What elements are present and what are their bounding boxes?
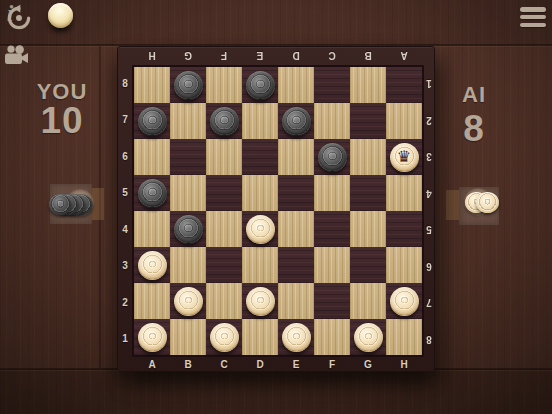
file-label: F xyxy=(314,357,350,371)
hamburger-icon xyxy=(520,23,546,28)
square-C8[interactable] xyxy=(206,67,242,103)
square-B7[interactable] xyxy=(170,103,206,139)
rank-label: 4 xyxy=(118,211,132,248)
restart-button[interactable] xyxy=(5,4,33,32)
square-B1[interactable] xyxy=(170,319,206,355)
square-H4[interactable] xyxy=(386,211,422,247)
square-D1[interactable] xyxy=(242,319,278,355)
square-A1[interactable] xyxy=(134,319,170,355)
square-B2[interactable] xyxy=(170,283,206,319)
square-A5[interactable] xyxy=(134,175,170,211)
captured-tray-black xyxy=(44,182,108,226)
white-man-B2[interactable] xyxy=(174,287,203,316)
square-D8[interactable] xyxy=(242,67,278,103)
file-labels-bottom: ABCDEFGH xyxy=(134,357,422,371)
file-label: E xyxy=(278,357,314,371)
square-B3[interactable] xyxy=(170,247,206,283)
square-C6[interactable] xyxy=(206,139,242,175)
file-label: D xyxy=(242,357,278,371)
captured-tray-white xyxy=(442,182,506,226)
rank-label: 4 xyxy=(424,175,434,212)
square-D4[interactable] xyxy=(242,211,278,247)
file-label: B xyxy=(170,357,206,371)
square-A3[interactable] xyxy=(134,247,170,283)
square-D6[interactable] xyxy=(242,139,278,175)
square-A4[interactable] xyxy=(134,211,170,247)
square-H2[interactable] xyxy=(386,283,422,319)
white-man-E1[interactable] xyxy=(282,323,311,352)
file-label: A xyxy=(134,357,170,371)
white-man-G1[interactable] xyxy=(354,323,383,352)
square-C7[interactable] xyxy=(206,103,242,139)
camera-button[interactable] xyxy=(4,45,29,66)
square-H7[interactable] xyxy=(386,103,422,139)
square-F4[interactable] xyxy=(314,211,350,247)
menu-button[interactable] xyxy=(520,7,546,27)
square-E3[interactable] xyxy=(278,247,314,283)
square-G4[interactable] xyxy=(350,211,386,247)
file-label: G xyxy=(170,47,206,65)
square-H3[interactable] xyxy=(386,247,422,283)
square-D7[interactable] xyxy=(242,103,278,139)
turn-indicator-piece xyxy=(48,3,73,28)
square-F3[interactable] xyxy=(314,247,350,283)
square-C5[interactable] xyxy=(206,175,242,211)
game-screen: YOU 10 AI 8 i HGFEDCBA ABCDEFGH 87654321… xyxy=(0,0,552,414)
square-G6[interactable] xyxy=(350,139,386,175)
black-man-E7[interactable] xyxy=(282,107,311,136)
square-D5[interactable] xyxy=(242,175,278,211)
file-labels-top: HGFEDCBA xyxy=(134,47,422,65)
square-C3[interactable] xyxy=(206,247,242,283)
white-man-C1[interactable] xyxy=(210,323,239,352)
rank-label: 1 xyxy=(118,321,132,358)
rank-labels-right: 12345678 xyxy=(424,65,434,357)
square-A2[interactable] xyxy=(134,283,170,319)
square-E8[interactable] xyxy=(278,67,314,103)
square-G8[interactable] xyxy=(350,67,386,103)
rank-label: 8 xyxy=(118,65,132,102)
square-H8[interactable] xyxy=(386,67,422,103)
rank-label: 2 xyxy=(118,284,132,321)
file-label: H xyxy=(134,47,170,65)
square-F8[interactable] xyxy=(314,67,350,103)
file-label: A xyxy=(386,47,422,65)
square-F1[interactable] xyxy=(314,319,350,355)
square-E5[interactable] xyxy=(278,175,314,211)
black-man-A5[interactable] xyxy=(138,179,167,208)
square-B4[interactable] xyxy=(170,211,206,247)
file-label: F xyxy=(206,47,242,65)
black-man-F6[interactable] xyxy=(318,143,347,172)
file-label: C xyxy=(206,357,242,371)
square-B8[interactable] xyxy=(170,67,206,103)
player-ai-label: AI xyxy=(450,82,498,108)
square-B6[interactable] xyxy=(170,139,206,175)
square-A6[interactable] xyxy=(134,139,170,175)
square-F2[interactable] xyxy=(314,283,350,319)
rank-label: 3 xyxy=(424,138,434,175)
square-A7[interactable] xyxy=(134,103,170,139)
square-F7[interactable] xyxy=(314,103,350,139)
rank-label: 1 xyxy=(424,65,434,102)
square-E6[interactable] xyxy=(278,139,314,175)
wood-plank-bottom xyxy=(0,369,552,414)
square-B5[interactable] xyxy=(170,175,206,211)
square-H1[interactable] xyxy=(386,319,422,355)
white-man-A3[interactable] xyxy=(138,251,167,280)
rank-label: 8 xyxy=(424,321,434,358)
square-E4[interactable] xyxy=(278,211,314,247)
rank-label: 5 xyxy=(424,211,434,248)
player-ai-score: 8 xyxy=(450,108,498,150)
black-man-A7[interactable] xyxy=(138,107,167,136)
square-A8[interactable] xyxy=(134,67,170,103)
file-label: H xyxy=(386,357,422,371)
square-F5[interactable] xyxy=(314,175,350,211)
square-C4[interactable] xyxy=(206,211,242,247)
hamburger-icon xyxy=(520,15,546,20)
square-F6[interactable] xyxy=(314,139,350,175)
rank-label: 6 xyxy=(118,138,132,175)
video-camera-icon xyxy=(4,45,29,66)
square-C1[interactable] xyxy=(206,319,242,355)
square-H5[interactable] xyxy=(386,175,422,211)
square-G5[interactable] xyxy=(350,175,386,211)
black-man-B8[interactable] xyxy=(174,71,203,100)
rank-label: 6 xyxy=(424,248,434,285)
square-G1[interactable] xyxy=(350,319,386,355)
rank-label: 3 xyxy=(118,248,132,285)
square-H6[interactable]: ♛ xyxy=(386,139,422,175)
white-man-A1[interactable] xyxy=(138,323,167,352)
white-man-D4[interactable] xyxy=(246,215,275,244)
hamburger-icon xyxy=(520,7,546,12)
square-E1[interactable] xyxy=(278,319,314,355)
square-E2[interactable] xyxy=(278,283,314,319)
captured-piece-black xyxy=(49,194,72,215)
rank-label: 7 xyxy=(424,284,434,321)
square-D2[interactable] xyxy=(242,283,278,319)
square-G3[interactable] xyxy=(350,247,386,283)
black-man-B4[interactable] xyxy=(174,215,203,244)
file-label: B xyxy=(350,47,386,65)
board-grid: ♛ xyxy=(132,65,424,357)
white-king-H6[interactable]: ♛ xyxy=(390,143,419,172)
rank-label: 2 xyxy=(424,102,434,139)
crown-icon: ♛ xyxy=(390,143,419,172)
file-label: E xyxy=(242,47,278,65)
square-C2[interactable] xyxy=(206,283,242,319)
file-label: G xyxy=(350,357,386,371)
black-man-D8[interactable] xyxy=(246,71,275,100)
square-D3[interactable] xyxy=(242,247,278,283)
white-man-D2[interactable] xyxy=(246,287,275,316)
rank-label: 5 xyxy=(118,175,132,212)
square-E7[interactable] xyxy=(278,103,314,139)
wood-plank-top xyxy=(0,0,552,45)
square-G7[interactable] xyxy=(350,103,386,139)
file-label: C xyxy=(314,47,350,65)
restart-icon xyxy=(5,4,33,32)
rank-label: 7 xyxy=(118,102,132,139)
rank-labels-left: 87654321 xyxy=(118,65,132,357)
black-man-C7[interactable] xyxy=(210,107,239,136)
captured-piece-white xyxy=(476,192,499,213)
file-label: D xyxy=(278,47,314,65)
tray-tab xyxy=(446,190,459,220)
white-man-H2[interactable] xyxy=(390,287,419,316)
square-G2[interactable] xyxy=(350,283,386,319)
player-you-score: 10 xyxy=(27,100,97,142)
checkers-board: HGFEDCBA ABCDEFGH 87654321 12345678 ♛ xyxy=(117,46,435,372)
